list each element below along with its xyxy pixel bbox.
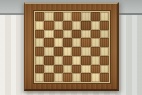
board-square[interactable]: [63, 65, 72, 74]
board-square[interactable]: [100, 56, 109, 65]
board-square[interactable]: [81, 73, 90, 82]
board-square[interactable]: [72, 56, 81, 65]
board-square[interactable]: [91, 56, 100, 65]
screenshot: [0, 0, 142, 95]
board-square[interactable]: [72, 30, 81, 39]
board-square[interactable]: [35, 73, 44, 82]
board-square[interactable]: [100, 65, 109, 74]
board-square[interactable]: [54, 47, 63, 56]
board-square[interactable]: [63, 12, 72, 21]
board-square[interactable]: [72, 47, 81, 56]
board-square[interactable]: [63, 73, 72, 82]
board-square[interactable]: [72, 21, 81, 30]
board-square[interactable]: [91, 30, 100, 39]
board-square[interactable]: [63, 21, 72, 30]
board-square[interactable]: [81, 56, 90, 65]
board-square[interactable]: [81, 38, 90, 47]
chess-board: [24, 2, 119, 91]
board-square[interactable]: [35, 21, 44, 30]
board-square[interactable]: [81, 65, 90, 74]
playing-area: [35, 12, 109, 82]
board-square[interactable]: [54, 38, 63, 47]
board-square[interactable]: [35, 56, 44, 65]
board-square[interactable]: [54, 65, 63, 74]
board-square[interactable]: [54, 73, 63, 82]
board-square[interactable]: [54, 30, 63, 39]
board-square[interactable]: [44, 47, 53, 56]
board-frame-inlay: [33, 10, 111, 84]
board-square[interactable]: [44, 38, 53, 47]
board-square[interactable]: [100, 73, 109, 82]
board-square[interactable]: [44, 30, 53, 39]
board-square[interactable]: [91, 38, 100, 47]
board-square[interactable]: [54, 21, 63, 30]
board-square[interactable]: [100, 47, 109, 56]
board-square[interactable]: [54, 12, 63, 21]
board-square[interactable]: [35, 38, 44, 47]
board-square[interactable]: [35, 12, 44, 21]
board-square[interactable]: [44, 56, 53, 65]
board-square[interactable]: [100, 12, 109, 21]
board-square[interactable]: [91, 12, 100, 21]
board-square[interactable]: [44, 73, 53, 82]
board-square[interactable]: [35, 30, 44, 39]
board-square[interactable]: [63, 56, 72, 65]
board-square[interactable]: [81, 47, 90, 56]
board-square[interactable]: [91, 73, 100, 82]
board-square[interactable]: [81, 21, 90, 30]
board-square[interactable]: [91, 21, 100, 30]
board-square[interactable]: [35, 65, 44, 74]
board-square[interactable]: [44, 65, 53, 74]
board-square[interactable]: [44, 12, 53, 21]
board-square[interactable]: [72, 38, 81, 47]
board-square[interactable]: [72, 73, 81, 82]
board-square[interactable]: [81, 30, 90, 39]
board-square[interactable]: [44, 21, 53, 30]
board-square[interactable]: [72, 65, 81, 74]
board-square[interactable]: [100, 30, 109, 39]
board-square[interactable]: [63, 38, 72, 47]
board-square[interactable]: [35, 47, 44, 56]
board-square[interactable]: [63, 47, 72, 56]
board-square[interactable]: [54, 56, 63, 65]
board-square[interactable]: [91, 65, 100, 74]
board-square[interactable]: [72, 12, 81, 21]
board-square[interactable]: [91, 47, 100, 56]
board-square[interactable]: [100, 21, 109, 30]
board-square[interactable]: [81, 12, 90, 21]
board-square[interactable]: [63, 30, 72, 39]
board-square[interactable]: [100, 38, 109, 47]
